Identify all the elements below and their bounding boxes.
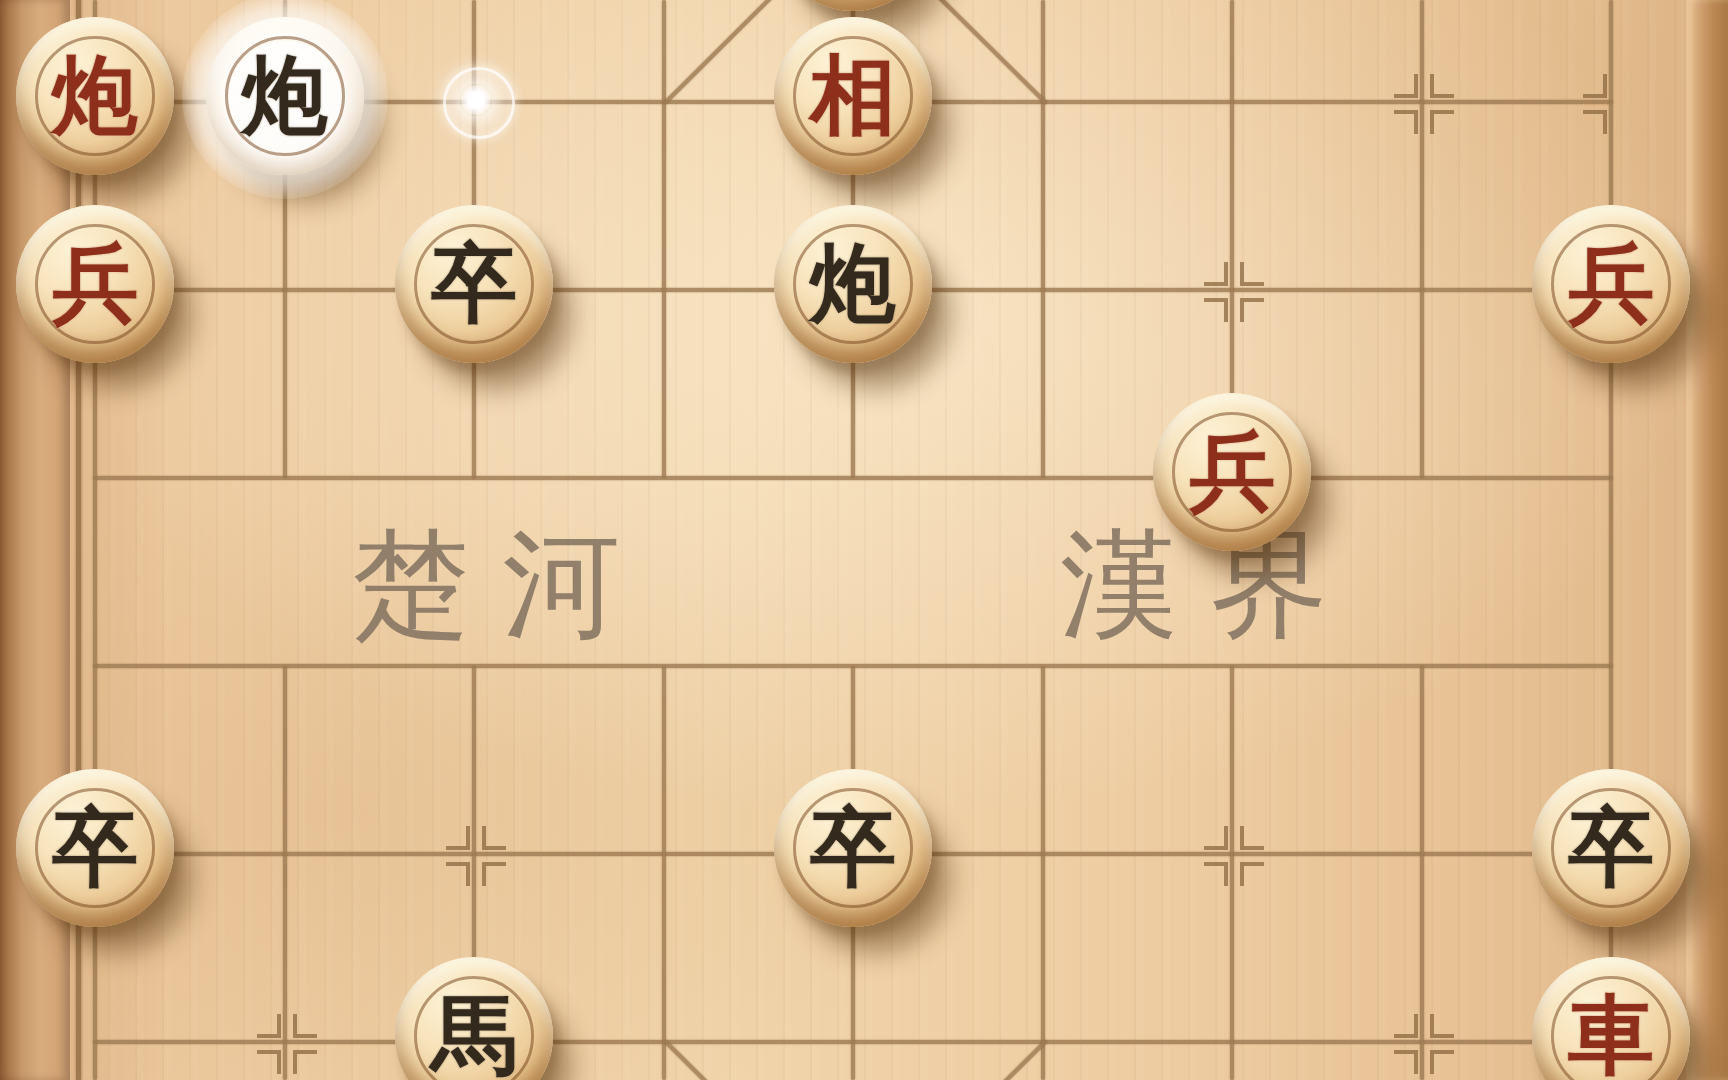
- point-marker: [1430, 110, 1454, 134]
- piece-character: 炮: [810, 241, 896, 327]
- point-marker: [482, 826, 506, 850]
- piece-black-soldier-right[interactable]: 卒: [1532, 769, 1690, 927]
- point-marker: [1240, 298, 1264, 322]
- piece-character: 卒: [431, 241, 517, 327]
- file-line: [1420, 0, 1424, 478]
- point-marker: [1394, 1014, 1418, 1038]
- file-line: [1230, 666, 1234, 1080]
- piece-character: 兵: [1189, 429, 1275, 515]
- point-marker: [1240, 826, 1264, 850]
- piece-black-cannon-central[interactable]: 炮: [774, 205, 932, 363]
- point-marker: [1204, 826, 1228, 850]
- file-line: [1420, 666, 1424, 1080]
- piece-red-soldier-right[interactable]: 兵: [1532, 205, 1690, 363]
- piece-black-soldier-left[interactable]: 卒: [16, 769, 174, 927]
- file-line: [1041, 0, 1045, 478]
- point-marker: [482, 862, 506, 886]
- piece-black-cannon-advanced[interactable]: 炮: [206, 17, 364, 175]
- file-line: [662, 0, 666, 478]
- point-marker: [1430, 74, 1454, 98]
- point-marker: [1394, 74, 1418, 98]
- piece-red-elephant[interactable]: 相: [774, 17, 932, 175]
- piece-red-soldier-left[interactable]: 兵: [16, 205, 174, 363]
- point-marker: [1204, 298, 1228, 322]
- piece-character: 炮: [242, 53, 328, 139]
- point-marker: [1240, 862, 1264, 886]
- point-marker: [1583, 110, 1607, 134]
- point-marker: [1204, 862, 1228, 886]
- piece-character: 兵: [52, 241, 138, 327]
- point-marker: [293, 1050, 317, 1074]
- point-marker: [446, 826, 470, 850]
- point-marker: [446, 862, 470, 886]
- piece-character: 卒: [810, 805, 896, 891]
- point-marker: [293, 1014, 317, 1038]
- piece-character: 車: [1568, 993, 1654, 1079]
- piece-black-soldier-center[interactable]: 卒: [774, 769, 932, 927]
- piece-character: 相: [810, 53, 896, 139]
- piece-red-cannon-left[interactable]: 炮: [16, 17, 174, 175]
- piece-character: 卒: [52, 805, 138, 891]
- file-line: [283, 666, 287, 1080]
- river-label-chu-he: 楚河: [352, 506, 652, 666]
- point-marker: [1240, 262, 1264, 286]
- piece-black-soldier-crossed[interactable]: 卒: [395, 205, 553, 363]
- xiangqi-board: 楚河 漢界 仕炮炮相兵卒炮兵兵卒卒卒馬車: [0, 0, 1728, 1080]
- piece-character: 兵: [1568, 241, 1654, 327]
- piece-red-soldier-advanced[interactable]: 兵: [1153, 393, 1311, 551]
- piece-character: 馬: [431, 993, 517, 1079]
- point-marker: [257, 1014, 281, 1038]
- point-marker: [1204, 262, 1228, 286]
- board-frame-right: [1686, 0, 1728, 1080]
- point-marker: [1394, 110, 1418, 134]
- point-marker: [1394, 1050, 1418, 1074]
- last-move-sparkle-icon: [460, 84, 492, 116]
- point-marker: [1430, 1050, 1454, 1074]
- piece-character: 炮: [52, 53, 138, 139]
- piece-character: 卒: [1568, 805, 1654, 891]
- point-marker: [257, 1050, 281, 1074]
- file-line: [662, 666, 666, 1080]
- point-marker: [1430, 1014, 1454, 1038]
- file-line: [1041, 666, 1045, 1080]
- point-marker: [1583, 74, 1607, 98]
